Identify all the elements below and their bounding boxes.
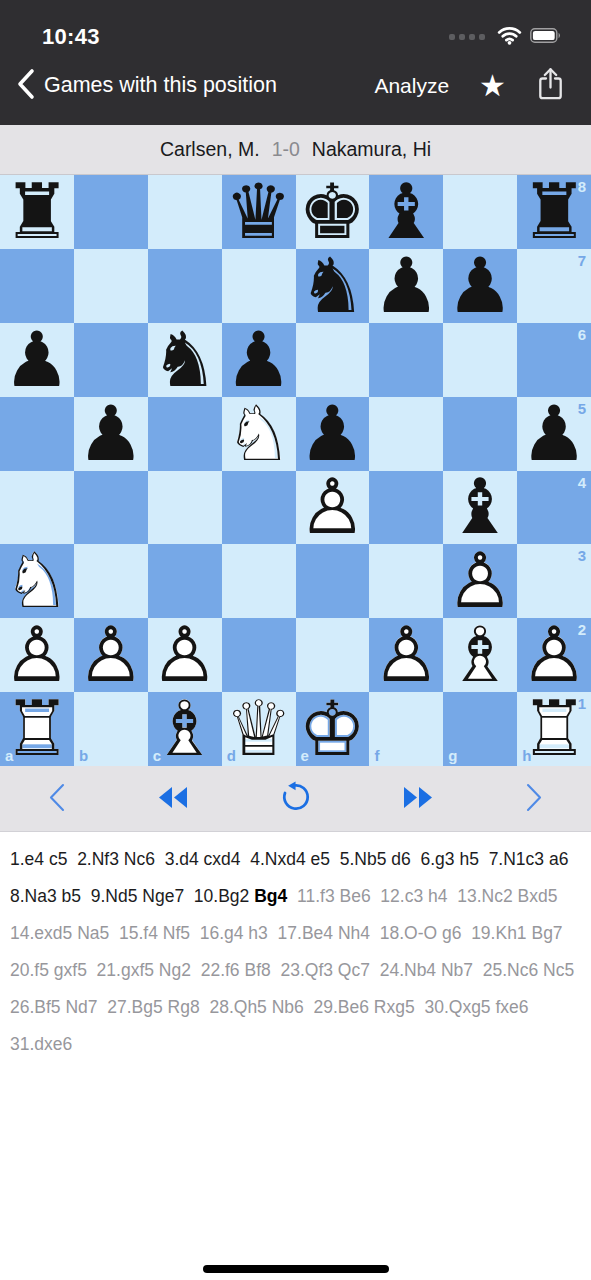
square-a8[interactable]: ♜	[0, 175, 74, 249]
square-a7[interactable]	[0, 249, 74, 323]
square-h7[interactable]: 7	[517, 249, 591, 323]
analyze-button[interactable]: Analyze	[374, 74, 449, 98]
square-c5[interactable]	[148, 397, 222, 471]
square-e7[interactable]: ♞	[296, 249, 370, 323]
square-b6[interactable]	[74, 323, 148, 397]
rank-label-4: 4	[578, 474, 586, 491]
square-c6[interactable]: ♞	[148, 323, 222, 397]
piece-black-pawn: ♟	[74, 397, 148, 471]
chevron-left-icon	[16, 68, 35, 104]
rotate-reset-icon	[279, 780, 313, 817]
white-player-name: Carlsen, M.	[160, 138, 260, 161]
square-f8[interactable]: ♝	[369, 175, 443, 249]
piece-white-knight: ♞♘	[222, 397, 296, 471]
piece-black-knight: ♞	[148, 323, 222, 397]
piece-white-pawn: ♟♙	[369, 618, 443, 692]
square-b4[interactable]	[74, 471, 148, 545]
square-f2[interactable]: ♟♙	[369, 618, 443, 692]
piece-white-pawn: ♟♙	[148, 618, 222, 692]
current-move[interactable]: Bg4	[254, 886, 287, 906]
rank-label-2: 2	[578, 621, 586, 638]
square-d3[interactable]	[222, 544, 296, 618]
square-f1[interactable]: f	[369, 692, 443, 766]
status-icons	[449, 26, 561, 49]
move-list[interactable]: 1.e4 c5 2.Nf3 Nc6 3.d4 cxd4 4.Nxd4 e5 5.…	[0, 832, 591, 1280]
square-e1[interactable]: ♚♔e	[296, 692, 370, 766]
square-d4[interactable]	[222, 471, 296, 545]
square-g1[interactable]: g	[443, 692, 517, 766]
piece-black-pawn: ♟	[443, 249, 517, 323]
status-time: 10:43	[42, 24, 100, 50]
square-b1[interactable]: b	[74, 692, 148, 766]
rank-label-1: 1	[578, 695, 586, 712]
square-e8[interactable]: ♚	[296, 175, 370, 249]
piece-white-pawn: ♟♙	[74, 618, 148, 692]
rewind-icon	[156, 785, 190, 813]
file-label-e: e	[301, 747, 309, 764]
upcoming-moves[interactable]: 11.f3 Be6 12.c3 h4 13.Nc2 Bxd5 14.exd5 N…	[10, 886, 584, 1054]
piece-black-pawn: ♟	[369, 249, 443, 323]
square-f4[interactable]	[369, 471, 443, 545]
square-d8[interactable]: ♛	[222, 175, 296, 249]
fast-forward-icon	[401, 785, 435, 813]
file-label-b: b	[79, 747, 88, 764]
square-h4[interactable]: 4	[517, 471, 591, 545]
piece-black-bishop: ♝	[369, 175, 443, 249]
square-d6[interactable]: ♟	[222, 323, 296, 397]
home-indicator[interactable]	[203, 1265, 389, 1273]
playback-controls	[0, 766, 591, 832]
piece-white-pawn: ♟♙	[0, 618, 74, 692]
square-g4[interactable]: ♝	[443, 471, 517, 545]
square-c2[interactable]: ♟♙	[148, 618, 222, 692]
piece-black-king: ♚	[296, 175, 370, 249]
square-b5[interactable]: ♟	[74, 397, 148, 471]
square-d1[interactable]: ♛♕d	[222, 692, 296, 766]
square-d5[interactable]: ♞♘	[222, 397, 296, 471]
rank-label-6: 6	[578, 326, 586, 343]
chevron-right-thin-icon	[523, 782, 545, 816]
rank-label-3: 3	[578, 547, 586, 564]
square-a5[interactable]	[0, 397, 74, 471]
file-label-g: g	[448, 747, 457, 764]
square-g3[interactable]: ♟♙	[443, 544, 517, 618]
square-g5[interactable]	[443, 397, 517, 471]
black-player-name: Nakamura, Hi	[312, 138, 431, 161]
file-label-c: c	[153, 747, 161, 764]
square-e5[interactable]: ♟	[296, 397, 370, 471]
app-screen: 10:43	[0, 0, 591, 1280]
square-b3[interactable]	[74, 544, 148, 618]
battery-icon	[530, 28, 561, 47]
file-label-f: f	[374, 747, 379, 764]
square-h3[interactable]: 3	[517, 544, 591, 618]
piece-white-bishop: ♝♗	[443, 618, 517, 692]
piece-black-pawn: ♟	[0, 323, 74, 397]
rank-label-7: 7	[578, 252, 586, 269]
square-b7[interactable]	[74, 249, 148, 323]
back-button-label: Games with this position	[44, 73, 277, 98]
chevron-left-thin-icon	[46, 782, 68, 816]
status-bar: 10:43	[0, 0, 591, 60]
cellular-signal-icon	[449, 34, 485, 40]
square-g6[interactable]	[443, 323, 517, 397]
piece-black-queen: ♛	[222, 175, 296, 249]
square-d2[interactable]	[222, 618, 296, 692]
chess-board: ♜♛♚♝♜8♞♟♟7♟♞♟6♟♞♘♟♟5♟♙♝4♞♘♟♙3♟♙♟♙♟♙♟♙♝♗♟…	[0, 175, 591, 766]
square-a6[interactable]: ♟	[0, 323, 74, 397]
nav-bar: Games with this position Analyze ★	[0, 60, 591, 125]
square-a1[interactable]: ♜♖a	[0, 692, 74, 766]
square-g7[interactable]: ♟	[443, 249, 517, 323]
square-c3[interactable]	[148, 544, 222, 618]
square-b2[interactable]: ♟♙	[74, 618, 148, 692]
piece-black-knight: ♞	[296, 249, 370, 323]
square-f7[interactable]: ♟	[369, 249, 443, 323]
square-f5[interactable]	[369, 397, 443, 471]
square-h5[interactable]: ♟5	[517, 397, 591, 471]
piece-white-knight: ♞♘	[0, 544, 74, 618]
share-button[interactable]	[536, 67, 565, 105]
rank-label-8: 8	[578, 178, 586, 195]
square-g2[interactable]: ♝♗	[443, 618, 517, 692]
square-e2[interactable]	[296, 618, 370, 692]
square-d7[interactable]	[222, 249, 296, 323]
wifi-icon	[497, 26, 522, 49]
file-label-d: d	[227, 747, 236, 764]
rank-label-5: 5	[578, 400, 586, 417]
top-bar: 10:43	[0, 0, 591, 125]
square-h1[interactable]: ♜♖1h	[517, 692, 591, 766]
rotate-board-button[interactable]	[279, 780, 313, 817]
square-a3[interactable]: ♞♘	[0, 544, 74, 618]
square-a4[interactable]	[0, 471, 74, 545]
piece-black-rook: ♜	[0, 175, 74, 249]
piece-white-pawn: ♟♙	[443, 544, 517, 618]
square-h6[interactable]: 6	[517, 323, 591, 397]
piece-white-pawn: ♟♙	[296, 471, 370, 545]
piece-black-pawn: ♟	[222, 323, 296, 397]
square-b8[interactable]	[74, 175, 148, 249]
square-c4[interactable]	[148, 471, 222, 545]
piece-black-pawn: ♟	[296, 397, 370, 471]
forward-to-end-button[interactable]	[401, 785, 435, 813]
game-header: Carlsen, M. 1-0 Nakamura, Hi	[0, 125, 591, 175]
square-a2[interactable]: ♟♙	[0, 618, 74, 692]
rewind-to-start-button[interactable]	[156, 785, 190, 813]
back-button[interactable]: Games with this position	[16, 68, 277, 104]
file-label-a: a	[5, 747, 13, 764]
square-e4[interactable]: ♟♙	[296, 471, 370, 545]
square-c1[interactable]: ♝♗c	[148, 692, 222, 766]
square-c7[interactable]	[148, 249, 222, 323]
previous-move-button[interactable]	[46, 782, 68, 816]
next-move-button[interactable]	[523, 782, 545, 816]
square-h8[interactable]: ♜8	[517, 175, 591, 249]
square-h2[interactable]: ♟♙2	[517, 618, 591, 692]
square-f6[interactable]	[369, 323, 443, 397]
square-c8[interactable]	[148, 175, 222, 249]
square-e3[interactable]	[296, 544, 370, 618]
square-f3[interactable]	[369, 544, 443, 618]
piece-black-bishop: ♝	[443, 471, 517, 545]
favorite-star-icon[interactable]: ★	[479, 71, 506, 101]
game-result: 1-0	[272, 138, 300, 161]
file-label-h: h	[522, 747, 531, 764]
square-e6[interactable]	[296, 323, 370, 397]
nav-actions: Analyze ★	[374, 67, 565, 105]
square-g8[interactable]	[443, 175, 517, 249]
